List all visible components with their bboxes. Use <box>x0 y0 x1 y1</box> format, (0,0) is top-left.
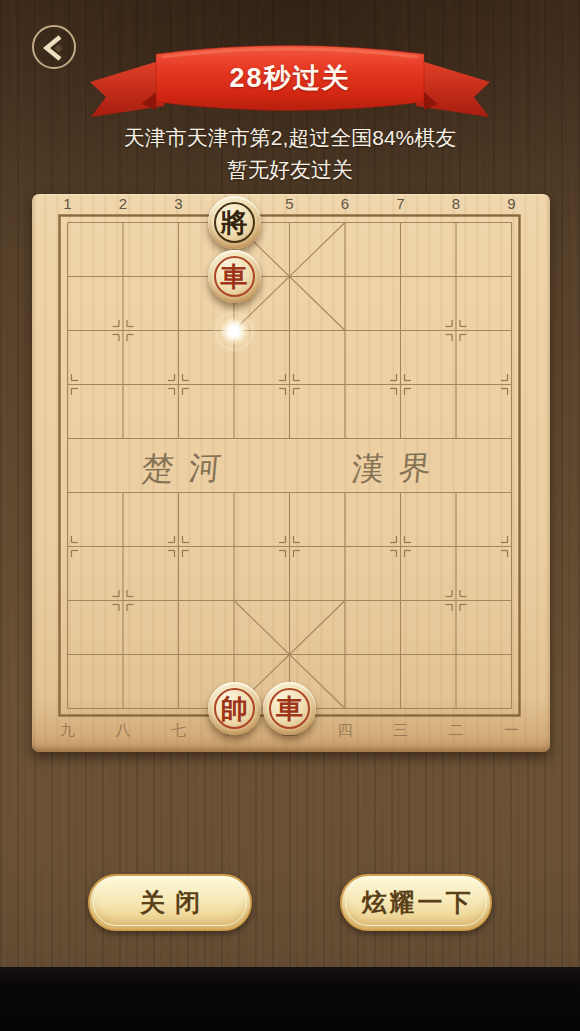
piece-glyph: 將 <box>208 196 261 249</box>
file-label-bottom: 四 <box>333 721 357 740</box>
show-off-button-label: 炫耀一下 <box>362 888 474 917</box>
file-label-bottom: 七 <box>167 721 191 740</box>
file-label-bottom: 九 <box>56 721 80 740</box>
friends-text: 暂无好友过关 <box>0 156 580 184</box>
piece-glyph: 帥 <box>208 682 261 735</box>
nav-icons <box>0 967 580 1031</box>
close-button[interactable]: 关闭 <box>88 874 252 931</box>
android-nav-bar <box>0 967 580 1031</box>
banner-title: 28秒过关 <box>60 60 520 96</box>
close-button-label: 关闭 <box>140 888 210 917</box>
last-move-highlight <box>217 314 251 348</box>
back-triangle-icon[interactable] <box>150 984 173 1011</box>
chevron-down-icon[interactable] <box>37 991 57 1000</box>
file-label-top: 3 <box>167 195 191 212</box>
file-label-top: 6 <box>333 195 357 212</box>
xiangqi-piece-red: 車 <box>263 682 316 735</box>
file-label-bottom: 一 <box>500 721 524 740</box>
file-label-bottom: 二 <box>444 721 468 740</box>
file-label-top: 1 <box>56 195 80 212</box>
show-off-button[interactable]: 炫耀一下 <box>340 874 492 931</box>
file-label-top: 9 <box>500 195 524 212</box>
file-label-top: 8 <box>444 195 468 212</box>
piece-glyph: 車 <box>263 682 316 735</box>
recents-square-icon[interactable] <box>406 985 430 1009</box>
file-label-bottom: 三 <box>389 721 413 740</box>
xiangqi-piece-red: 帥 <box>208 682 261 735</box>
app-screen: 28秒过关 天津市天津市第2,超过全国84%棋友 暂无好友过关 12345678… <box>0 0 580 1031</box>
xiangqi-piece-black: 將 <box>208 196 261 249</box>
rank-text: 天津市天津市第2,超过全国84%棋友 <box>0 124 580 152</box>
home-circle-icon[interactable] <box>277 984 304 1011</box>
river-text-left: 楚河 <box>140 448 237 488</box>
river-text-right: 漢界 <box>350 448 447 488</box>
piece-glyph: 車 <box>208 250 261 303</box>
file-label-top: 7 <box>389 195 413 212</box>
file-label-top: 5 <box>278 195 302 212</box>
file-label-top: 2 <box>111 195 135 212</box>
file-label-bottom: 八 <box>111 721 135 740</box>
board-grid <box>32 194 550 752</box>
xiangqi-piece-red: 車 <box>208 250 261 303</box>
